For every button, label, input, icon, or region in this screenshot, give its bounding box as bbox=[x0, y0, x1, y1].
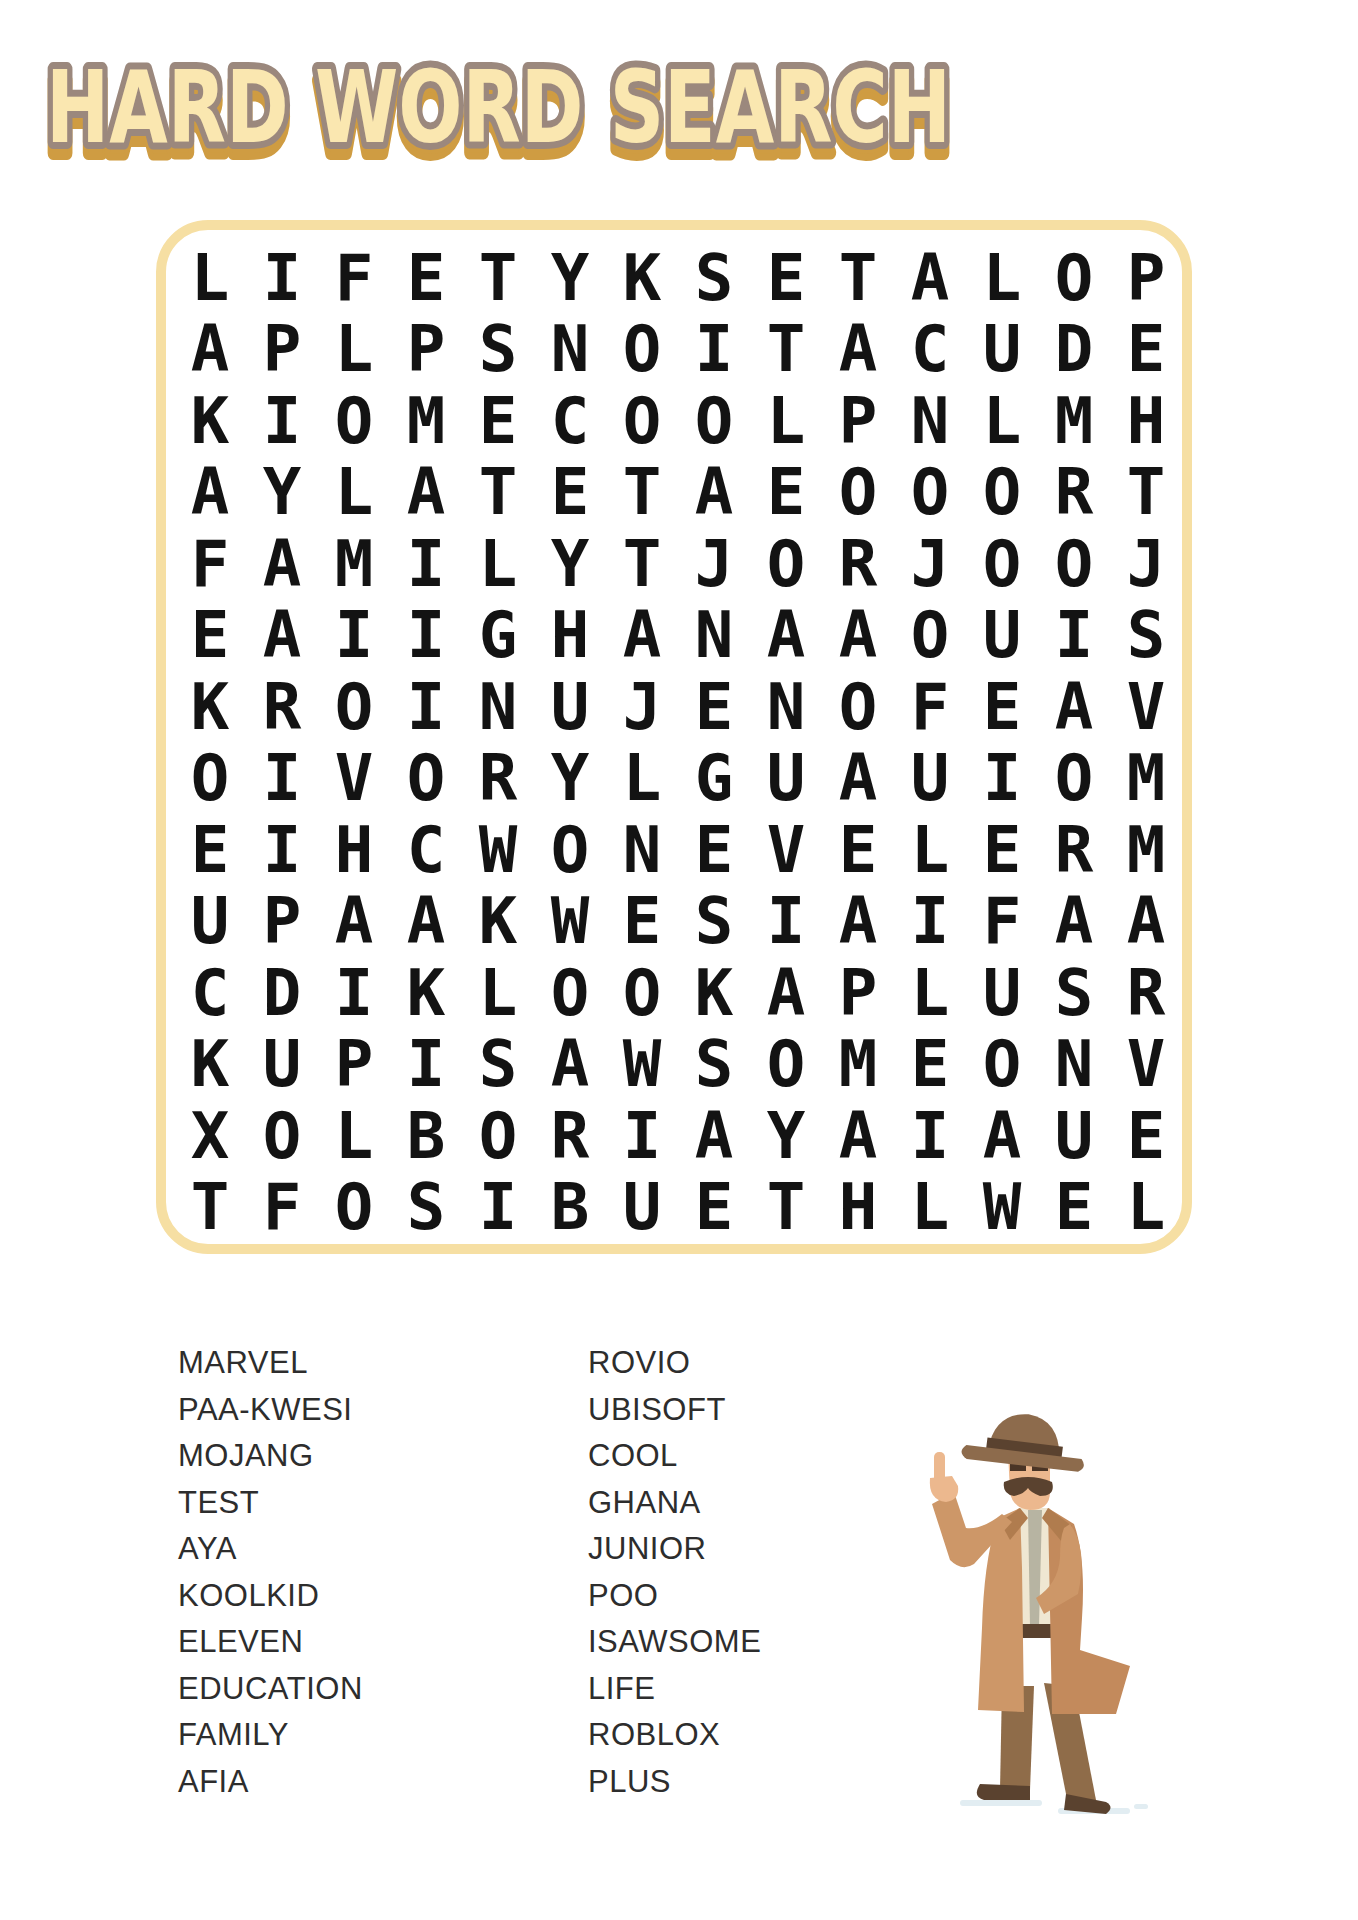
grid-cell[interactable]: P bbox=[1110, 242, 1182, 314]
detective-illustration bbox=[922, 1408, 1152, 1818]
grid-cell[interactable]: I bbox=[390, 671, 462, 743]
grid-cell[interactable]: N bbox=[534, 314, 606, 386]
grid-cell[interactable]: T bbox=[750, 314, 822, 386]
grid-cell[interactable]: R bbox=[1038, 457, 1110, 529]
word-item: PAA-KWESI bbox=[178, 1387, 363, 1434]
grid-cell[interactable]: W bbox=[462, 814, 534, 886]
grid-cell[interactable]: A bbox=[822, 743, 894, 815]
word-item: POO bbox=[588, 1573, 761, 1620]
grid-cell[interactable]: I bbox=[390, 1029, 462, 1101]
grid-cell[interactable]: E bbox=[1038, 1172, 1110, 1244]
grid-cell[interactable]: U bbox=[174, 886, 246, 958]
grid-cell[interactable]: N bbox=[1038, 1029, 1110, 1101]
hat bbox=[961, 1408, 1090, 1473]
grid-cell[interactable]: C bbox=[174, 957, 246, 1029]
grid-cell[interactable]: R bbox=[246, 671, 318, 743]
grid-cell[interactable]: T bbox=[462, 242, 534, 314]
grid-cell[interactable]: T bbox=[750, 1172, 822, 1244]
word-item: FAMILY bbox=[178, 1712, 363, 1759]
grid-cell[interactable]: G bbox=[462, 600, 534, 672]
hand bbox=[930, 1476, 958, 1502]
grid-cell[interactable]: N bbox=[606, 814, 678, 886]
grid-cell[interactable]: J bbox=[1110, 528, 1182, 600]
grid-cell[interactable]: Y bbox=[750, 1100, 822, 1172]
grid-cell[interactable]: K bbox=[390, 957, 462, 1029]
grid-cell[interactable]: A bbox=[390, 886, 462, 958]
word-item: EDUCATION bbox=[178, 1666, 363, 1713]
word-item: ELEVEN bbox=[178, 1619, 363, 1666]
grid-cell[interactable]: O bbox=[1038, 242, 1110, 314]
grid-cell[interactable]: Y bbox=[246, 457, 318, 529]
grid-cell[interactable]: K bbox=[174, 385, 246, 457]
word-item: JUNIOR bbox=[588, 1526, 761, 1573]
grid-cell[interactable]: S bbox=[462, 1029, 534, 1101]
grid-cell[interactable]: S bbox=[678, 1029, 750, 1101]
word-item: KOOLKID bbox=[178, 1573, 363, 1620]
grid-cell[interactable]: A bbox=[1038, 886, 1110, 958]
grid-cell[interactable]: L bbox=[750, 385, 822, 457]
grid-cell[interactable]: H bbox=[534, 600, 606, 672]
word-list-right: ROVIOUBISOFTCOOLGHANAJUNIORPOOISAWSOMELI… bbox=[588, 1340, 761, 1805]
grid-cell[interactable]: O bbox=[894, 457, 966, 529]
grid-cell[interactable]: A bbox=[750, 600, 822, 672]
grid-cell[interactable]: I bbox=[606, 1100, 678, 1172]
grid-cell[interactable]: A bbox=[822, 1100, 894, 1172]
grid-cell[interactable]: L bbox=[1110, 1172, 1182, 1244]
grid-cell[interactable]: O bbox=[750, 528, 822, 600]
grid-cell[interactable]: I bbox=[894, 886, 966, 958]
grid-cell[interactable]: I bbox=[966, 743, 1038, 815]
grid-cell[interactable]: L bbox=[966, 242, 1038, 314]
grid-cell[interactable]: P bbox=[822, 957, 894, 1029]
grid-cell[interactable]: S bbox=[1038, 957, 1110, 1029]
grid-cell[interactable]: I bbox=[318, 600, 390, 672]
grid-cell[interactable]: W bbox=[966, 1172, 1038, 1244]
grid-cell[interactable]: L bbox=[318, 1100, 390, 1172]
grid-cell[interactable]: P bbox=[246, 886, 318, 958]
grid-cell[interactable]: L bbox=[894, 957, 966, 1029]
grid-cell[interactable]: E bbox=[822, 814, 894, 886]
grid-cell[interactable]: O bbox=[966, 1029, 1038, 1101]
grid-cell[interactable]: T bbox=[606, 528, 678, 600]
word-item: GHANA bbox=[588, 1480, 761, 1527]
grid-cell[interactable]: H bbox=[318, 814, 390, 886]
grid-cell[interactable]: N bbox=[750, 671, 822, 743]
grid-cell[interactable]: E bbox=[678, 671, 750, 743]
grid-cell[interactable]: E bbox=[678, 1172, 750, 1244]
grid-cell[interactable]: A bbox=[822, 886, 894, 958]
grid-cell[interactable]: A bbox=[678, 457, 750, 529]
grid-cell[interactable]: E bbox=[894, 1029, 966, 1101]
word-search-board: LIFETYKSETALOPAPLPSNOITACUDEKIOMECOOLPNL… bbox=[156, 220, 1192, 1254]
grid-cell[interactable]: E bbox=[606, 886, 678, 958]
grid-cell[interactable]: F bbox=[318, 242, 390, 314]
grid-cell[interactable]: W bbox=[534, 886, 606, 958]
grid-cell[interactable]: A bbox=[894, 242, 966, 314]
grid-cell[interactable]: I bbox=[894, 1100, 966, 1172]
grid-cell[interactable]: M bbox=[1038, 385, 1110, 457]
grid-cell[interactable]: I bbox=[246, 814, 318, 886]
grid-cell[interactable]: S bbox=[678, 886, 750, 958]
grid-cell[interactable]: L bbox=[462, 528, 534, 600]
grid-cell[interactable]: L bbox=[606, 743, 678, 815]
grid-cell[interactable]: C bbox=[534, 385, 606, 457]
grid-cell[interactable]: N bbox=[462, 671, 534, 743]
grid-cell[interactable]: O bbox=[246, 1100, 318, 1172]
grid-cell[interactable]: M bbox=[1110, 743, 1182, 815]
grid-cell[interactable]: E bbox=[966, 671, 1038, 743]
grid-cell[interactable]: J bbox=[678, 528, 750, 600]
grid-cell[interactable]: I bbox=[318, 957, 390, 1029]
grid-cell[interactable]: O bbox=[822, 671, 894, 743]
grid-cell[interactable]: F bbox=[246, 1172, 318, 1244]
grid-cell[interactable]: N bbox=[894, 385, 966, 457]
grid-cell[interactable]: U bbox=[966, 600, 1038, 672]
word-item: MARVEL bbox=[178, 1340, 363, 1387]
grid-cell[interactable]: O bbox=[606, 314, 678, 386]
word-item: PLUS bbox=[588, 1759, 761, 1806]
grid-cell[interactable]: U bbox=[534, 671, 606, 743]
grid-cell[interactable]: R bbox=[1110, 957, 1182, 1029]
grid-cell[interactable]: I bbox=[678, 314, 750, 386]
grid-cell[interactable]: M bbox=[1110, 814, 1182, 886]
grid-cell[interactable]: G bbox=[678, 743, 750, 815]
word-item: AYA bbox=[178, 1526, 363, 1573]
grid-cell[interactable]: R bbox=[534, 1100, 606, 1172]
grid-cell[interactable]: O bbox=[1038, 743, 1110, 815]
grid-cell[interactable]: E bbox=[1110, 314, 1182, 386]
grid-cell[interactable]: L bbox=[318, 314, 390, 386]
grid-cell[interactable]: U bbox=[966, 314, 1038, 386]
grid-cell[interactable]: O bbox=[966, 457, 1038, 529]
ground-shadow bbox=[960, 1800, 1042, 1806]
word-item: ROBLOX bbox=[588, 1712, 761, 1759]
grid-cell[interactable]: N bbox=[678, 600, 750, 672]
grid-cell[interactable]: A bbox=[390, 457, 462, 529]
grid-cell[interactable]: E bbox=[390, 242, 462, 314]
word-item: COOL bbox=[588, 1433, 761, 1480]
word-item: ISAWSOME bbox=[588, 1619, 761, 1666]
grid-cell[interactable]: L bbox=[318, 457, 390, 529]
grid-cell[interactable]: A bbox=[1038, 671, 1110, 743]
grid-cell[interactable]: J bbox=[606, 671, 678, 743]
grid-cell[interactable]: A bbox=[678, 1100, 750, 1172]
grid-cell[interactable]: I bbox=[246, 242, 318, 314]
grid-cell[interactable]: S bbox=[390, 1172, 462, 1244]
grid-cell[interactable]: U bbox=[966, 957, 1038, 1029]
grid-cell[interactable]: O bbox=[174, 743, 246, 815]
grid-cell[interactable]: A bbox=[246, 528, 318, 600]
grid-cell[interactable]: T bbox=[174, 1172, 246, 1244]
grid-cell[interactable]: P bbox=[246, 314, 318, 386]
grid-cell[interactable]: K bbox=[174, 1029, 246, 1101]
grid-cell[interactable]: O bbox=[822, 457, 894, 529]
grid-cell[interactable]: L bbox=[462, 957, 534, 1029]
grid-cell[interactable]: I bbox=[246, 743, 318, 815]
grid-cell[interactable]: E bbox=[678, 814, 750, 886]
grid-cell[interactable]: B bbox=[534, 1172, 606, 1244]
grid-cell[interactable]: V bbox=[750, 814, 822, 886]
grid-cell[interactable]: I bbox=[246, 385, 318, 457]
grid-cell[interactable]: A bbox=[822, 314, 894, 386]
word-item: LIFE bbox=[588, 1666, 761, 1713]
grid-cell[interactable]: F bbox=[174, 528, 246, 600]
grid-cell[interactable]: O bbox=[318, 671, 390, 743]
grid-cell[interactable]: O bbox=[966, 528, 1038, 600]
grid-cell[interactable]: O bbox=[750, 1029, 822, 1101]
grid-cell[interactable]: W bbox=[606, 1029, 678, 1101]
grid-cell[interactable]: J bbox=[894, 528, 966, 600]
word-item: TEST bbox=[178, 1480, 363, 1527]
grid-cell[interactable]: E bbox=[750, 457, 822, 529]
grid-cell[interactable]: Y bbox=[534, 528, 606, 600]
grid-cell[interactable]: O bbox=[606, 957, 678, 1029]
grid-cell[interactable]: O bbox=[894, 600, 966, 672]
grid-cell[interactable]: M bbox=[822, 1029, 894, 1101]
grid-cell[interactable]: O bbox=[534, 957, 606, 1029]
grid-cell[interactable]: A bbox=[822, 600, 894, 672]
grid-cell[interactable]: A bbox=[246, 600, 318, 672]
grid-cell[interactable]: O bbox=[462, 1100, 534, 1172]
grid-cell[interactable]: P bbox=[822, 385, 894, 457]
grid-cell[interactable]: D bbox=[1038, 314, 1110, 386]
grid-cell[interactable]: M bbox=[318, 528, 390, 600]
grid-cell[interactable]: E bbox=[462, 385, 534, 457]
grid-cell[interactable]: U bbox=[894, 743, 966, 815]
grid-cell[interactable]: O bbox=[1038, 528, 1110, 600]
grid-cell[interactable]: C bbox=[390, 814, 462, 886]
grid-cell[interactable]: V bbox=[318, 743, 390, 815]
grid-cell[interactable]: S bbox=[678, 242, 750, 314]
grid-cell[interactable]: O bbox=[390, 743, 462, 815]
grid-cell[interactable]: A bbox=[318, 886, 390, 958]
grid-cell[interactable]: A bbox=[174, 457, 246, 529]
grid-cell[interactable]: L bbox=[894, 1172, 966, 1244]
grid-cell[interactable]: V bbox=[1110, 671, 1182, 743]
grid-cell[interactable]: A bbox=[174, 314, 246, 386]
grid-cell[interactable]: U bbox=[1038, 1100, 1110, 1172]
grid-cell[interactable]: E bbox=[534, 457, 606, 529]
grid-cell[interactable]: F bbox=[894, 671, 966, 743]
grid-cell[interactable]: H bbox=[822, 1172, 894, 1244]
shoe bbox=[977, 1784, 1030, 1800]
grid-cell[interactable]: I bbox=[390, 600, 462, 672]
grid-cell[interactable]: Y bbox=[534, 242, 606, 314]
grid-cell[interactable]: R bbox=[1038, 814, 1110, 886]
grid-cell[interactable]: K bbox=[678, 957, 750, 1029]
word-item: UBISOFT bbox=[588, 1387, 761, 1434]
grid-cell[interactable]: O bbox=[678, 385, 750, 457]
grid-cell[interactable]: D bbox=[246, 957, 318, 1029]
board-cells: LIFETYKSETALOPAPLPSNOITACUDEKIOMECOOLPNL… bbox=[174, 242, 1182, 1243]
grid-cell[interactable]: U bbox=[606, 1172, 678, 1244]
grid-cell[interactable]: L bbox=[174, 242, 246, 314]
grid-cell[interactable]: H bbox=[1110, 385, 1182, 457]
grid-cell[interactable]: O bbox=[318, 1172, 390, 1244]
grid-cell[interactable]: U bbox=[750, 743, 822, 815]
grid-cell[interactable]: O bbox=[606, 385, 678, 457]
grid-cell[interactable]: E bbox=[966, 814, 1038, 886]
grid-cell[interactable]: X bbox=[174, 1100, 246, 1172]
grid-cell[interactable]: K bbox=[462, 886, 534, 958]
word-item: ROVIO bbox=[588, 1340, 761, 1387]
grid-cell[interactable]: I bbox=[1038, 600, 1110, 672]
grid-cell[interactable]: R bbox=[462, 743, 534, 815]
grid-cell[interactable]: M bbox=[390, 385, 462, 457]
word-item: MOJANG bbox=[178, 1433, 363, 1480]
word-list-left: MARVELPAA-KWESIMOJANGTESTAYAKOOLKIDELEVE… bbox=[178, 1340, 363, 1805]
word-item: AFIA bbox=[178, 1759, 363, 1806]
grid-cell[interactable]: T bbox=[606, 457, 678, 529]
grid-cell[interactable]: E bbox=[750, 242, 822, 314]
grid-cell[interactable]: T bbox=[822, 242, 894, 314]
grid-cell[interactable]: U bbox=[246, 1029, 318, 1101]
page-title: HARD WORD SEARCH HARD WORD SEARCH bbox=[30, 22, 1030, 182]
grid-cell[interactable]: L bbox=[894, 814, 966, 886]
grid-cell[interactable]: E bbox=[174, 600, 246, 672]
ground-shadow bbox=[1134, 1804, 1148, 1809]
grid-cell[interactable]: F bbox=[966, 886, 1038, 958]
grid-cell[interactable]: A bbox=[750, 957, 822, 1029]
grid-cell[interactable]: P bbox=[390, 314, 462, 386]
grid-cell[interactable]: K bbox=[606, 242, 678, 314]
grid-cell[interactable]: R bbox=[822, 528, 894, 600]
grid-cell[interactable]: I bbox=[390, 528, 462, 600]
grid-cell[interactable]: T bbox=[462, 457, 534, 529]
grid-cell[interactable]: C bbox=[894, 314, 966, 386]
grid-cell[interactable]: I bbox=[750, 886, 822, 958]
grid-cell[interactable]: O bbox=[318, 385, 390, 457]
grid-cell[interactable]: O bbox=[534, 814, 606, 886]
grid-cell[interactable]: A bbox=[534, 1029, 606, 1101]
grid-cell[interactable]: E bbox=[174, 814, 246, 886]
grid-cell[interactable]: E bbox=[1110, 1100, 1182, 1172]
grid-cell[interactable]: A bbox=[1110, 886, 1182, 958]
grid-cell[interactable]: A bbox=[966, 1100, 1038, 1172]
grid-cell[interactable]: T bbox=[1110, 457, 1182, 529]
grid-cell[interactable]: B bbox=[390, 1100, 462, 1172]
grid-cell[interactable]: K bbox=[174, 671, 246, 743]
grid-cell[interactable]: A bbox=[606, 600, 678, 672]
grid-cell[interactable]: I bbox=[462, 1172, 534, 1244]
grid-cell[interactable]: S bbox=[462, 314, 534, 386]
page-title-text: HARD WORD SEARCH bbox=[46, 49, 951, 166]
grid-cell[interactable]: P bbox=[318, 1029, 390, 1101]
grid-cell[interactable]: Y bbox=[534, 743, 606, 815]
grid-cell[interactable]: V bbox=[1110, 1029, 1182, 1101]
grid-cell[interactable]: L bbox=[966, 385, 1038, 457]
grid-cell[interactable]: S bbox=[1110, 600, 1182, 672]
